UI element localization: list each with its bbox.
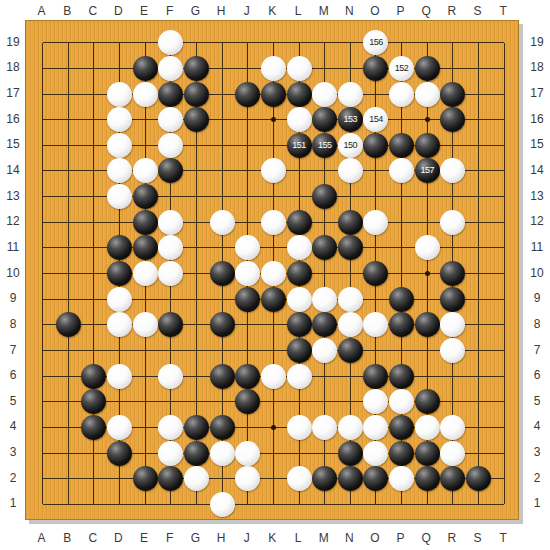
stone-black[interactable] [210, 261, 235, 286]
column-label-top: K [268, 5, 276, 17]
stone-white[interactable] [287, 56, 312, 81]
stone-black[interactable]: 151 [287, 133, 312, 158]
row-label-right: 7 [534, 344, 541, 356]
stone-white[interactable] [158, 441, 183, 466]
stone-black[interactable] [133, 210, 158, 235]
column-label-top: A [37, 5, 45, 17]
stone-black[interactable] [312, 107, 337, 132]
stone-black[interactable] [389, 441, 414, 466]
go-board[interactable]: 156152153154151155150157 [25, 20, 519, 520]
stone-white[interactable] [338, 415, 363, 440]
stone-black[interactable]: 153 [338, 107, 363, 132]
stone-black[interactable] [389, 312, 414, 337]
row-label-right: 10 [530, 267, 543, 279]
column-label-bottom: T [500, 532, 507, 544]
stone-white[interactable] [184, 466, 209, 491]
stone-white[interactable] [158, 415, 183, 440]
stone-black[interactable] [287, 261, 312, 286]
column-label-top: S [474, 5, 482, 17]
stone-black[interactable] [389, 415, 414, 440]
row-label-right: 3 [534, 446, 541, 458]
stone-white[interactable] [440, 312, 465, 337]
stone-white[interactable] [440, 415, 465, 440]
stone-black[interactable] [133, 184, 158, 209]
stone-white[interactable] [235, 466, 260, 491]
grid-line-horizontal [43, 350, 505, 351]
stone-white[interactable] [107, 287, 132, 312]
stone-black[interactable] [235, 82, 260, 107]
stone-black[interactable] [389, 287, 414, 312]
column-label-bottom: N [345, 532, 354, 544]
stone-black[interactable] [338, 338, 363, 363]
stone-white[interactable]: 154 [363, 107, 388, 132]
stone-black[interactable] [210, 415, 235, 440]
column-label-bottom: J [244, 532, 250, 544]
stone-white[interactable] [363, 389, 388, 414]
stone-white[interactable] [158, 364, 183, 389]
star-point [425, 117, 430, 122]
row-label-left: 17 [6, 87, 19, 99]
stone-black[interactable] [287, 338, 312, 363]
row-label-left: 2 [10, 472, 17, 484]
row-label-left: 11 [7, 241, 19, 253]
stone-black[interactable] [389, 133, 414, 158]
stone-white[interactable] [312, 338, 337, 363]
stone-black[interactable] [338, 210, 363, 235]
stone-white[interactable] [415, 415, 440, 440]
row-label-left: 16 [6, 113, 19, 125]
stone-white[interactable] [158, 133, 183, 158]
row-label-left: 9 [10, 292, 17, 304]
stone-white[interactable] [107, 133, 132, 158]
row-label-left: 4 [10, 420, 17, 432]
stone-white[interactable] [158, 107, 183, 132]
stone-white[interactable] [158, 235, 183, 260]
row-label-right: 8 [534, 318, 541, 330]
stone-black[interactable] [184, 56, 209, 81]
stone-white[interactable] [415, 82, 440, 107]
stone-white[interactable] [235, 235, 260, 260]
stone-white[interactable] [363, 415, 388, 440]
row-label-left: 3 [10, 446, 17, 458]
move-number-label: 153 [344, 115, 358, 124]
stone-white[interactable] [389, 466, 414, 491]
stone-white[interactable] [415, 235, 440, 260]
column-label-bottom: H [217, 532, 226, 544]
column-label-top: B [63, 5, 71, 17]
row-label-right: 6 [534, 369, 541, 381]
column-label-top: N [345, 5, 354, 17]
row-label-left: 1 [10, 497, 17, 509]
stone-white[interactable] [107, 312, 132, 337]
row-label-left: 8 [10, 318, 17, 330]
stone-black[interactable] [363, 466, 388, 491]
stone-black[interactable] [158, 312, 183, 337]
stone-white[interactable] [338, 312, 363, 337]
stone-black[interactable] [287, 210, 312, 235]
star-point [271, 425, 276, 430]
stone-black[interactable] [235, 389, 260, 414]
column-label-top: J [244, 5, 250, 17]
stone-black[interactable] [107, 261, 132, 286]
stone-white[interactable] [107, 107, 132, 132]
stone-white[interactable] [440, 158, 465, 183]
row-label-right: 19 [530, 36, 543, 48]
stone-white[interactable] [133, 158, 158, 183]
stone-black[interactable] [415, 441, 440, 466]
row-label-right: 4 [534, 420, 541, 432]
stone-black[interactable] [363, 364, 388, 389]
stone-white[interactable] [363, 441, 388, 466]
stone-white[interactable] [389, 158, 414, 183]
stone-white[interactable] [261, 158, 286, 183]
stone-white[interactable] [338, 287, 363, 312]
stone-white[interactable]: 156 [363, 30, 388, 55]
stone-black[interactable] [133, 56, 158, 81]
stone-white[interactable] [312, 82, 337, 107]
stone-white[interactable] [158, 30, 183, 55]
stone-white[interactable] [287, 107, 312, 132]
stone-white[interactable] [158, 210, 183, 235]
row-label-left: 19 [6, 36, 19, 48]
stone-black[interactable] [338, 466, 363, 491]
stone-white[interactable] [261, 261, 286, 286]
stone-white[interactable] [107, 415, 132, 440]
stone-white[interactable] [440, 338, 465, 363]
stone-black[interactable] [107, 441, 132, 466]
stone-black[interactable] [415, 389, 440, 414]
row-label-left: 7 [10, 344, 17, 356]
stone-white[interactable] [338, 82, 363, 107]
stone-white[interactable] [133, 261, 158, 286]
row-label-right: 18 [530, 61, 543, 73]
stone-black[interactable] [312, 184, 337, 209]
row-label-right: 5 [534, 395, 541, 407]
stone-black[interactable] [56, 312, 81, 337]
stone-white[interactable] [158, 261, 183, 286]
stone-white[interactable] [158, 56, 183, 81]
stone-white[interactable] [312, 415, 337, 440]
stone-black[interactable] [415, 56, 440, 81]
stone-black[interactable]: 155 [312, 133, 337, 158]
stone-black[interactable] [363, 261, 388, 286]
stone-black[interactable] [158, 158, 183, 183]
stone-white[interactable] [210, 441, 235, 466]
stone-black[interactable] [107, 235, 132, 260]
row-label-left: 14 [6, 164, 19, 176]
stone-white[interactable] [287, 287, 312, 312]
row-label-left: 10 [6, 267, 19, 279]
stone-black[interactable] [81, 389, 106, 414]
stone-white[interactable] [363, 210, 388, 235]
column-label-top: H [217, 5, 226, 17]
column-label-bottom: P [397, 532, 405, 544]
column-label-bottom: S [474, 532, 482, 544]
column-label-top: G [191, 5, 200, 17]
column-label-bottom: Q [422, 532, 431, 544]
row-label-left: 5 [10, 395, 17, 407]
move-number-label: 150 [344, 141, 358, 150]
stone-black[interactable] [338, 441, 363, 466]
column-label-top: M [319, 5, 329, 17]
stone-black[interactable] [287, 312, 312, 337]
stone-black[interactable] [440, 82, 465, 107]
stone-black[interactable] [184, 415, 209, 440]
stone-white[interactable] [287, 415, 312, 440]
column-label-top: C [88, 5, 97, 17]
column-label-bottom: B [63, 532, 71, 544]
column-label-bottom: K [268, 532, 276, 544]
stone-black[interactable] [312, 312, 337, 337]
stone-black[interactable] [466, 466, 491, 491]
stone-white[interactable]: 152 [389, 56, 414, 81]
stone-black[interactable] [440, 287, 465, 312]
stone-white[interactable] [389, 389, 414, 414]
column-label-bottom: F [166, 532, 173, 544]
stone-white[interactable] [133, 82, 158, 107]
move-number-label: 154 [369, 115, 383, 124]
stone-white[interactable] [312, 287, 337, 312]
stone-black[interactable] [81, 364, 106, 389]
row-label-right: 15 [530, 138, 543, 150]
row-label-left: 18 [6, 61, 19, 73]
column-label-bottom: R [448, 532, 457, 544]
row-label-right: 1 [534, 497, 541, 509]
move-number-label: 151 [292, 141, 306, 150]
column-label-top: D [114, 5, 123, 17]
column-label-bottom: L [295, 532, 302, 544]
row-label-right: 2 [534, 472, 541, 484]
column-label-top: R [448, 5, 457, 17]
stone-black[interactable] [235, 287, 260, 312]
column-label-bottom: G [191, 532, 200, 544]
column-label-top: T [500, 5, 507, 17]
stone-black[interactable] [363, 133, 388, 158]
column-label-bottom: O [370, 532, 379, 544]
row-label-left: 6 [10, 369, 17, 381]
stone-black[interactable] [415, 133, 440, 158]
stone-black[interactable] [363, 56, 388, 81]
stone-black[interactable] [312, 466, 337, 491]
column-label-top: Q [422, 5, 431, 17]
stone-black[interactable] [210, 364, 235, 389]
stone-white[interactable] [133, 312, 158, 337]
row-label-right: 13 [530, 190, 543, 202]
stone-black[interactable] [261, 287, 286, 312]
move-number-label: 157 [420, 166, 434, 175]
stone-black[interactable] [338, 235, 363, 260]
stone-black[interactable] [184, 107, 209, 132]
stone-black[interactable] [210, 312, 235, 337]
stone-black[interactable] [440, 261, 465, 286]
column-label-bottom: D [114, 532, 123, 544]
row-label-right: 12 [530, 215, 543, 227]
row-label-right: 17 [530, 87, 543, 99]
column-label-bottom: E [140, 532, 148, 544]
go-diagram: 156152153154151155150157 AABBCCDDEEFFGGH… [0, 0, 550, 550]
stone-white[interactable] [107, 364, 132, 389]
stone-white[interactable]: 150 [338, 133, 363, 158]
move-number-label: 152 [395, 64, 409, 73]
stone-white[interactable] [261, 210, 286, 235]
stone-white[interactable] [107, 184, 132, 209]
stone-black[interactable] [415, 312, 440, 337]
star-point [425, 271, 430, 276]
row-label-left: 13 [6, 190, 19, 202]
move-number-label: 155 [318, 141, 332, 150]
stone-white[interactable] [440, 441, 465, 466]
stone-black[interactable] [389, 364, 414, 389]
stone-white[interactable] [210, 492, 235, 517]
star-point [271, 117, 276, 122]
row-label-right: 16 [530, 113, 543, 125]
grid-line-vertical [504, 43, 505, 505]
stone-black[interactable] [235, 364, 260, 389]
stone-white[interactable] [363, 312, 388, 337]
column-label-top: L [295, 5, 302, 17]
stone-white[interactable] [338, 158, 363, 183]
move-number-label: 156 [369, 38, 383, 47]
stone-white[interactable] [107, 82, 132, 107]
column-label-top: P [397, 5, 405, 17]
row-label-right: 14 [530, 164, 543, 176]
stone-black[interactable] [133, 235, 158, 260]
stone-black[interactable] [133, 466, 158, 491]
stone-white[interactable] [107, 158, 132, 183]
stone-black[interactable] [184, 82, 209, 107]
column-label-bottom: C [88, 532, 97, 544]
column-label-bottom: M [319, 532, 329, 544]
stone-white[interactable] [440, 210, 465, 235]
stone-white[interactable] [287, 466, 312, 491]
stone-black[interactable] [415, 466, 440, 491]
column-label-top: E [140, 5, 148, 17]
stone-black[interactable] [158, 466, 183, 491]
grid-line-horizontal [43, 504, 505, 505]
stone-white[interactable] [287, 235, 312, 260]
column-label-top: F [166, 5, 173, 17]
stone-white[interactable] [235, 261, 260, 286]
stone-white[interactable] [235, 441, 260, 466]
stone-black[interactable] [440, 107, 465, 132]
stone-black[interactable] [81, 415, 106, 440]
row-label-right: 11 [531, 241, 543, 253]
stone-white[interactable] [287, 364, 312, 389]
stone-white[interactable] [389, 82, 414, 107]
stone-white[interactable] [261, 56, 286, 81]
stone-black[interactable] [184, 441, 209, 466]
row-label-right: 9 [534, 292, 541, 304]
stone-black[interactable] [158, 82, 183, 107]
grid-line-vertical [478, 43, 479, 505]
row-label-left: 15 [6, 138, 19, 150]
column-label-top: O [370, 5, 379, 17]
stone-white[interactable] [261, 364, 286, 389]
stone-black[interactable] [261, 82, 286, 107]
row-label-left: 12 [6, 215, 19, 227]
stone-white[interactable] [210, 210, 235, 235]
column-label-bottom: A [37, 532, 45, 544]
stone-black[interactable]: 157 [415, 158, 440, 183]
stone-black[interactable] [312, 235, 337, 260]
stone-black[interactable] [440, 466, 465, 491]
stone-black[interactable] [287, 82, 312, 107]
